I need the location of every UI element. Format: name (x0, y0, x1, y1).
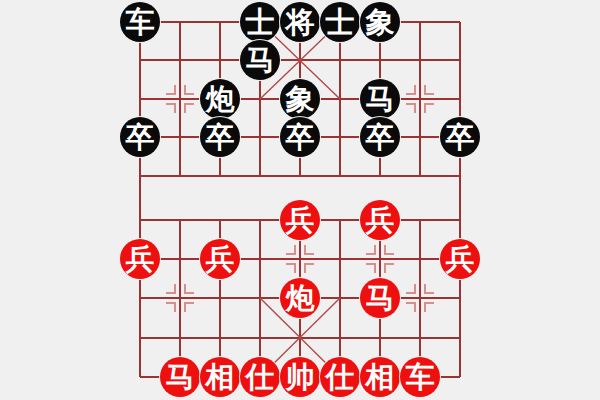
piece-black-horse[interactable]: 马 (360, 79, 400, 119)
piece-red-elephant[interactable]: 相 (360, 357, 400, 397)
piece-black-horse[interactable]: 马 (240, 40, 280, 80)
piece-red-soldier[interactable]: 兵 (280, 200, 320, 240)
piece-red-advisor[interactable]: 仕 (240, 357, 280, 397)
piece-black-elephant[interactable]: 象 (280, 79, 320, 119)
piece-black-cannon[interactable]: 炮 (200, 79, 240, 119)
piece-black-chariot[interactable]: 车 (120, 2, 160, 42)
piece-black-soldier[interactable]: 卒 (360, 117, 400, 157)
piece-red-soldier[interactable]: 兵 (360, 200, 400, 240)
piece-layer: 车士将士象马炮象马卒卒卒卒卒兵兵兵兵兵炮马马相仕帅仕相车 (120, 2, 480, 398)
piece-red-elephant[interactable]: 相 (200, 357, 240, 397)
piece-red-horse[interactable]: 马 (160, 357, 200, 397)
piece-red-soldier[interactable]: 兵 (440, 239, 480, 279)
piece-black-soldier[interactable]: 卒 (120, 117, 160, 157)
piece-red-soldier[interactable]: 兵 (200, 239, 240, 279)
piece-black-soldier[interactable]: 卒 (280, 117, 320, 157)
piece-red-soldier[interactable]: 兵 (120, 239, 160, 279)
piece-red-general[interactable]: 帅 (280, 357, 320, 397)
xiangqi-board[interactable]: 车士将士象马炮象马卒卒卒卒卒兵兵兵兵兵炮马马相仕帅仕相车 (0, 0, 600, 400)
piece-black-advisor[interactable]: 士 (320, 2, 360, 42)
piece-black-general[interactable]: 将 (280, 2, 320, 42)
piece-red-chariot[interactable]: 车 (400, 357, 440, 397)
piece-red-horse[interactable]: 马 (360, 278, 400, 318)
piece-black-elephant[interactable]: 象 (360, 2, 400, 42)
piece-black-advisor[interactable]: 士 (240, 2, 280, 42)
piece-red-cannon[interactable]: 炮 (280, 278, 320, 318)
piece-black-soldier[interactable]: 卒 (440, 117, 480, 157)
piece-black-soldier[interactable]: 卒 (200, 117, 240, 157)
piece-red-advisor[interactable]: 仕 (320, 357, 360, 397)
